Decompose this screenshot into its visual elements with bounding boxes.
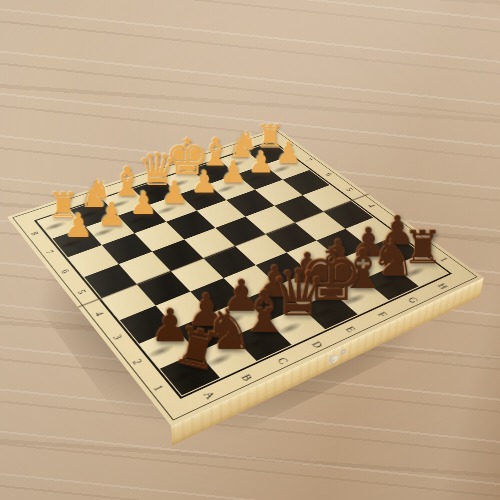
pawn-glyph: ♟ <box>33 209 123 242</box>
photo-scene: ABCDEFGH1122334455667788 ♜♞♝♛♚♝♞♜♟♟♟♟♟♟♟… <box>0 0 500 500</box>
piece-upright: ♟ <box>33 209 123 242</box>
piece-upright: ♜ <box>138 322 245 374</box>
rook-glyph: ♜ <box>139 312 255 387</box>
